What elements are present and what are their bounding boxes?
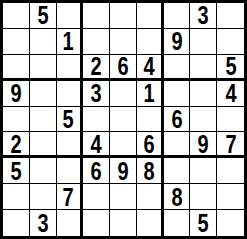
given-digit: 4 [225, 81, 236, 106]
cell-r1c1[interactable] [3, 3, 30, 29]
cell-r8c6[interactable] [137, 184, 164, 210]
cell-r8c1[interactable] [3, 184, 30, 210]
cell-r4c3[interactable] [57, 81, 84, 107]
cell-r7c3[interactable] [57, 158, 84, 184]
given-digit: 9 [10, 81, 21, 106]
cell-r1c6[interactable] [137, 3, 164, 29]
cell-r5c8[interactable] [190, 107, 217, 133]
cell-r6c9[interactable]: 7 [217, 132, 244, 158]
cell-r8c5[interactable] [110, 184, 137, 210]
cell-r2c5[interactable] [110, 29, 137, 55]
given-digit: 2 [10, 132, 21, 156]
given-digit: 9 [198, 132, 209, 156]
cell-r1c9[interactable] [217, 3, 244, 29]
cell-r5c7[interactable]: 6 [164, 107, 191, 133]
cell-r3c5[interactable]: 6 [110, 55, 137, 81]
given-digit: 1 [63, 29, 74, 54]
given-digit: 5 [10, 158, 21, 183]
cell-r9c6[interactable] [137, 210, 164, 236]
given-digit: 3 [91, 81, 102, 106]
cell-r7c6[interactable]: 8 [137, 158, 164, 184]
cell-r2c1[interactable] [3, 29, 30, 55]
cell-r1c3[interactable] [57, 3, 84, 29]
cell-r4c6[interactable]: 1 [137, 81, 164, 107]
cell-r6c2[interactable] [30, 132, 57, 158]
cell-r7c5[interactable]: 9 [110, 158, 137, 184]
cell-r1c5[interactable] [110, 3, 137, 29]
cell-r2c6[interactable] [137, 29, 164, 55]
given-digit: 7 [63, 184, 74, 209]
sudoku-board: 531926459314562469756987835 [0, 0, 247, 239]
cell-r5c3[interactable]: 5 [57, 107, 84, 133]
cell-r2c9[interactable] [217, 29, 244, 55]
cell-r4c8[interactable] [190, 81, 217, 107]
cell-r3c4[interactable]: 2 [83, 55, 110, 81]
given-digit: 8 [143, 158, 154, 183]
given-digit: 3 [198, 3, 209, 28]
cell-r1c7[interactable] [164, 3, 191, 29]
cell-r4c2[interactable] [30, 81, 57, 107]
cell-r8c4[interactable] [83, 184, 110, 210]
cell-r9c5[interactable] [110, 210, 137, 236]
cell-r3c2[interactable] [30, 55, 57, 81]
cell-r8c9[interactable] [217, 184, 244, 210]
given-digit: 8 [171, 184, 182, 209]
cell-r3c1[interactable] [3, 55, 30, 81]
cell-r7c7[interactable] [164, 158, 191, 184]
cell-r3c7[interactable] [164, 55, 191, 81]
cell-r3c6[interactable]: 4 [137, 55, 164, 81]
cell-r2c3[interactable]: 1 [57, 29, 84, 55]
cell-r6c7[interactable] [164, 132, 191, 158]
cell-r2c2[interactable] [30, 29, 57, 55]
cell-r6c8[interactable]: 9 [190, 132, 217, 158]
cell-r4c4[interactable]: 3 [83, 81, 110, 107]
given-digit: 2 [91, 55, 102, 79]
given-digit: 5 [198, 210, 209, 236]
cell-r4c5[interactable] [110, 81, 137, 107]
cell-r6c5[interactable] [110, 132, 137, 158]
cell-r9c4[interactable] [83, 210, 110, 236]
cell-r2c8[interactable] [190, 29, 217, 55]
cell-r8c2[interactable] [30, 184, 57, 210]
cell-r7c4[interactable]: 6 [83, 158, 110, 184]
given-digit: 4 [91, 132, 102, 156]
cell-r9c7[interactable] [164, 210, 191, 236]
given-digit: 9 [117, 158, 128, 183]
cell-r3c8[interactable] [190, 55, 217, 81]
given-digit: 5 [63, 107, 74, 132]
cell-r5c6[interactable] [137, 107, 164, 133]
cell-r5c1[interactable] [3, 107, 30, 133]
cell-r5c5[interactable] [110, 107, 137, 133]
cell-r1c4[interactable] [83, 3, 110, 29]
given-digit: 5 [37, 3, 48, 28]
cell-r7c2[interactable] [30, 158, 57, 184]
cell-r7c9[interactable] [217, 158, 244, 184]
cell-r3c3[interactable] [57, 55, 84, 81]
cell-r5c2[interactable] [30, 107, 57, 133]
given-digit: 6 [117, 55, 128, 79]
cell-r6c4[interactable]: 4 [83, 132, 110, 158]
cell-r9c1[interactable] [3, 210, 30, 236]
cell-r9c8[interactable]: 5 [190, 210, 217, 236]
cell-r7c1[interactable]: 5 [3, 158, 30, 184]
given-digit: 6 [143, 132, 154, 156]
given-digit: 3 [37, 210, 48, 236]
cell-r9c3[interactable] [57, 210, 84, 236]
cell-r5c9[interactable] [217, 107, 244, 133]
cell-r4c1[interactable]: 9 [3, 81, 30, 107]
given-digit: 5 [225, 55, 236, 79]
cell-r9c2[interactable]: 3 [30, 210, 57, 236]
cell-r1c2[interactable]: 5 [30, 3, 57, 29]
cell-r1c8[interactable]: 3 [190, 3, 217, 29]
cell-r2c4[interactable] [83, 29, 110, 55]
given-digit: 9 [171, 29, 182, 54]
cell-r8c8[interactable] [190, 184, 217, 210]
given-digit: 6 [171, 107, 182, 132]
cell-r5c4[interactable] [83, 107, 110, 133]
cell-r8c7[interactable]: 8 [164, 184, 191, 210]
cell-r4c7[interactable] [164, 81, 191, 107]
cell-r3c9[interactable]: 5 [217, 55, 244, 81]
cell-r7c8[interactable] [190, 158, 217, 184]
cell-r8c3[interactable]: 7 [57, 184, 84, 210]
cell-r4c9[interactable]: 4 [217, 81, 244, 107]
given-digit: 4 [143, 55, 154, 79]
cell-r9c9[interactable] [217, 210, 244, 236]
given-digit: 7 [225, 132, 236, 156]
given-digit: 6 [91, 158, 102, 183]
cell-r6c6[interactable]: 6 [137, 132, 164, 158]
cell-r6c1[interactable]: 2 [3, 132, 30, 158]
given-digit: 1 [143, 81, 154, 106]
cell-r6c3[interactable] [57, 132, 84, 158]
cell-r2c7[interactable]: 9 [164, 29, 191, 55]
